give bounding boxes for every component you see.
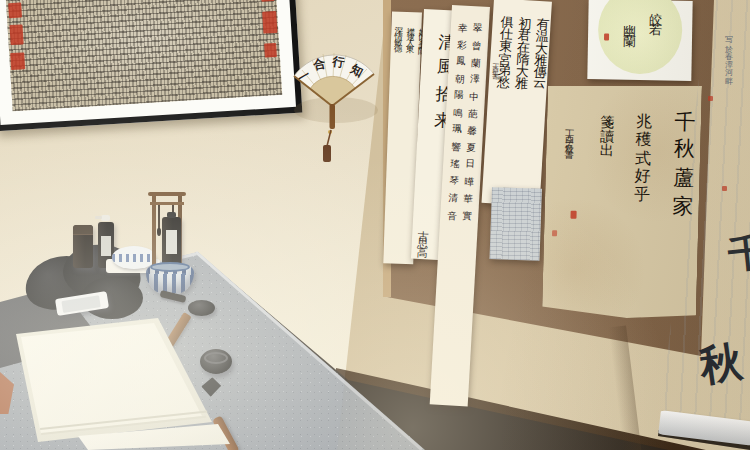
artwork-paper: [6, 0, 282, 111]
bottle-pump: [101, 215, 110, 221]
seal-stamp: [261, 0, 275, 2]
seal-stamp: [262, 11, 277, 34]
ink-jar: [73, 225, 93, 268]
framed-artwork: [0, 0, 302, 131]
scroll-colophon: 丁酉年書: [491, 58, 501, 71]
folding-fan: 一 合 行 知: [290, 38, 385, 173]
circle-column: 皎若: [646, 2, 664, 22]
cursive-column: 箋讀出: [598, 103, 617, 145]
seal-stamp: [8, 2, 22, 18]
ink-paste-tin: [188, 300, 215, 316]
fan-handle: [330, 104, 336, 129]
bottle-cap: [167, 212, 176, 218]
seal-stamp: [9, 24, 23, 45]
right-scroll-small-column: 写於春潭河畔: [722, 30, 733, 78]
seal-stamp: [604, 33, 609, 40]
blue-poem-sheet: [490, 187, 542, 261]
rack-crossbar: [150, 202, 184, 205]
rack-crossbar: [148, 192, 186, 196]
seal-stamp: [708, 96, 713, 101]
signature-column: 丁酉孟秋書: [562, 122, 576, 147]
seal-stamp: [264, 43, 277, 58]
scroll-regular-script: 有温大雅傳云 初君在隋大雅 俱仕東宮弟愁 丁酉年書: [482, 0, 552, 206]
circle-sheet: 皎若 幽蘭: [587, 0, 692, 81]
right-scroll-large-char: 秋: [696, 333, 745, 394]
bottle-pump-nozzle: [95, 216, 102, 219]
fan-tassel: [323, 145, 331, 162]
seal-stamp: [10, 52, 25, 70]
bottle-label: [101, 236, 111, 256]
right-scroll-large-char: 千: [725, 226, 750, 281]
ink-bottle: [162, 217, 181, 268]
seal-stamp: [722, 186, 727, 191]
calligraphy-room-photo: 始以美防 襟逮人東 深情敏德 清風拾来 古思高 翠曾蘭澤中葩馨夏日曄華實 幸彩鳳…: [0, 0, 750, 450]
cursive-column: 兆穫式好乎: [631, 100, 654, 191]
rack-post: [152, 194, 156, 272]
bottle-label: [166, 230, 177, 254]
hanging-brush: [158, 205, 160, 229]
paper-stack: [8, 316, 218, 446]
hanging-brush-tip: [157, 228, 161, 236]
washer-rim: [150, 262, 190, 272]
circle-motif: [597, 0, 683, 75]
scroll-sub-text: 古思高: [414, 221, 430, 246]
seal-stamp: [570, 211, 576, 219]
seal-stamp: [552, 230, 557, 236]
fan-character: 行: [331, 54, 346, 70]
circle-column: 幽蘭: [620, 14, 638, 34]
phone-screen: [61, 295, 100, 313]
ink-jar-lid: [73, 225, 93, 235]
